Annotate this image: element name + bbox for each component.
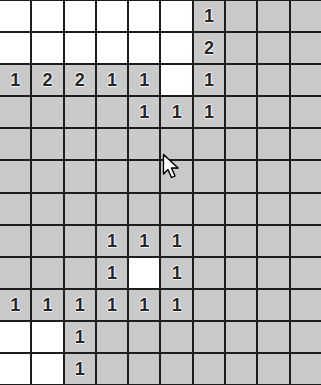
cell-r1c5[interactable] (129, 1, 159, 31)
cell-r2c8[interactable] (226, 33, 256, 63)
cell-r11c9[interactable] (258, 322, 288, 352)
cell-r11c3[interactable]: 1 (65, 322, 95, 352)
cell-r9c4[interactable]: 1 (97, 258, 127, 288)
cell-r1c2[interactable] (32, 1, 62, 31)
cell-r4c3[interactable] (65, 97, 95, 127)
cell-r4c9[interactable] (258, 97, 288, 127)
cell-r7c9[interactable] (258, 194, 288, 224)
cell-r12c8[interactable] (226, 354, 256, 384)
cell-r1c1[interactable] (0, 1, 30, 31)
cell-r9c2[interactable] (32, 258, 62, 288)
cell-r8c2[interactable] (32, 226, 62, 256)
cell-r4c5[interactable]: 1 (129, 97, 159, 127)
cell-r7c8[interactable] (226, 194, 256, 224)
cell-r1c7[interactable]: 1 (194, 1, 224, 31)
cell-r6c8[interactable] (226, 161, 256, 191)
cell-r8c4[interactable]: 1 (97, 226, 127, 256)
cell-r11c1[interactable] (0, 322, 30, 352)
cell-r2c4[interactable] (97, 33, 127, 63)
cell-r4c4[interactable] (97, 97, 127, 127)
cell-r5c5[interactable] (129, 129, 159, 159)
cell-r8c6[interactable]: 1 (161, 226, 191, 256)
cell-r10c1[interactable]: 1 (0, 290, 30, 320)
cell-r9c8[interactable] (226, 258, 256, 288)
cell-r3c9[interactable] (258, 65, 288, 95)
cell-r2c6[interactable] (161, 33, 191, 63)
cell-r12c1[interactable] (0, 354, 30, 384)
cell-r8c1[interactable] (0, 226, 30, 256)
cell-r2c2[interactable] (32, 33, 62, 63)
cell-r7c1[interactable] (0, 194, 30, 224)
cell-r4c1[interactable] (0, 97, 30, 127)
cell-r11c5[interactable] (129, 322, 159, 352)
cell-r12c3[interactable]: 1 (65, 354, 95, 384)
minesweeper-board: 121221111111111111111111 (0, 0, 321, 385)
cell-r12c10[interactable] (291, 354, 321, 384)
cell-r4c2[interactable] (32, 97, 62, 127)
cell-r10c5[interactable]: 1 (129, 290, 159, 320)
cell-r3c6[interactable] (161, 65, 191, 95)
cell-r9c3[interactable] (65, 258, 95, 288)
cell-r10c10[interactable] (291, 290, 321, 320)
cell-r3c5[interactable]: 1 (129, 65, 159, 95)
cell-r9c7[interactable] (194, 258, 224, 288)
cell-r9c5[interactable] (129, 258, 159, 288)
cell-r9c10[interactable] (291, 258, 321, 288)
cell-r10c4[interactable]: 1 (97, 290, 127, 320)
cell-r4c7[interactable]: 1 (194, 97, 224, 127)
cell-r10c6[interactable]: 1 (161, 290, 191, 320)
cell-r11c4[interactable] (97, 322, 127, 352)
cell-r6c6[interactable] (161, 161, 191, 191)
cell-r7c5[interactable] (129, 194, 159, 224)
cell-r6c9[interactable] (258, 161, 288, 191)
cell-r10c3[interactable]: 1 (65, 290, 95, 320)
cell-r1c10[interactable] (291, 1, 321, 31)
cell-r9c6[interactable]: 1 (161, 258, 191, 288)
cell-r7c4[interactable] (97, 194, 127, 224)
cell-r7c6[interactable] (161, 194, 191, 224)
cell-r11c2[interactable] (32, 322, 62, 352)
cell-r5c10[interactable] (291, 129, 321, 159)
cell-r12c5[interactable] (129, 354, 159, 384)
cell-r2c7[interactable]: 2 (194, 33, 224, 63)
cell-r4c10[interactable] (291, 97, 321, 127)
cell-r10c7[interactable] (194, 290, 224, 320)
cell-r6c3[interactable] (65, 161, 95, 191)
cell-r8c5[interactable]: 1 (129, 226, 159, 256)
cell-r1c6[interactable] (161, 1, 191, 31)
cell-r3c10[interactable] (291, 65, 321, 95)
cell-r3c8[interactable] (226, 65, 256, 95)
cell-r2c5[interactable] (129, 33, 159, 63)
cell-r3c7[interactable]: 1 (194, 65, 224, 95)
cell-r8c9[interactable] (258, 226, 288, 256)
cell-r8c3[interactable] (65, 226, 95, 256)
cell-r11c8[interactable] (226, 322, 256, 352)
cell-r11c10[interactable] (291, 322, 321, 352)
cell-r1c3[interactable] (65, 1, 95, 31)
cell-r12c7[interactable] (194, 354, 224, 384)
cell-r8c10[interactable] (291, 226, 321, 256)
cell-r5c7[interactable] (194, 129, 224, 159)
cell-r5c4[interactable] (97, 129, 127, 159)
cell-r11c7[interactable] (194, 322, 224, 352)
cell-r6c1[interactable] (0, 161, 30, 191)
cell-r12c2[interactable] (32, 354, 62, 384)
cell-r10c8[interactable] (226, 290, 256, 320)
cell-r12c4[interactable] (97, 354, 127, 384)
cell-r12c9[interactable] (258, 354, 288, 384)
cell-r6c5[interactable] (129, 161, 159, 191)
cell-r10c2[interactable]: 1 (32, 290, 62, 320)
cell-r7c3[interactable] (65, 194, 95, 224)
cell-r7c10[interactable] (291, 194, 321, 224)
cell-r9c9[interactable] (258, 258, 288, 288)
cell-r5c8[interactable] (226, 129, 256, 159)
cell-r3c1[interactable]: 1 (0, 65, 30, 95)
cell-r7c2[interactable] (32, 194, 62, 224)
cell-r1c8[interactable] (226, 1, 256, 31)
cell-r4c8[interactable] (226, 97, 256, 127)
cell-r3c4[interactable]: 1 (97, 65, 127, 95)
cell-r5c1[interactable] (0, 129, 30, 159)
cell-r6c4[interactable] (97, 161, 127, 191)
cell-r6c7[interactable] (194, 161, 224, 191)
cell-r12c6[interactable] (161, 354, 191, 384)
cell-r3c2[interactable]: 2 (32, 65, 62, 95)
cell-r5c6[interactable] (161, 129, 191, 159)
cell-r5c3[interactable] (65, 129, 95, 159)
cell-r5c2[interactable] (32, 129, 62, 159)
cell-r11c6[interactable] (161, 322, 191, 352)
minesweeper-grid: 121221111111111111111111 (0, 0, 321, 385)
cell-r10c9[interactable] (258, 290, 288, 320)
cell-r9c1[interactable] (0, 258, 30, 288)
cell-r8c8[interactable] (226, 226, 256, 256)
cell-r6c10[interactable] (291, 161, 321, 191)
cell-r7c7[interactable] (194, 194, 224, 224)
cell-r1c4[interactable] (97, 1, 127, 31)
cell-r2c10[interactable] (291, 33, 321, 63)
cell-r6c2[interactable] (32, 161, 62, 191)
cell-r8c7[interactable] (194, 226, 224, 256)
cell-r2c9[interactable] (258, 33, 288, 63)
cell-r3c3[interactable]: 2 (65, 65, 95, 95)
cell-r5c9[interactable] (258, 129, 288, 159)
cell-r2c3[interactable] (65, 33, 95, 63)
cell-r4c6[interactable]: 1 (161, 97, 191, 127)
cell-r1c9[interactable] (258, 1, 288, 31)
cell-r2c1[interactable] (0, 33, 30, 63)
